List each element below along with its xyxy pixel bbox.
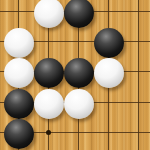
go-stone-black[interactable] — [64, 0, 94, 28]
go-stone-white[interactable] — [34, 89, 64, 119]
go-board[interactable] — [0, 0, 150, 150]
go-stone-black[interactable] — [4, 89, 34, 119]
go-stone-black[interactable] — [64, 58, 94, 88]
grid-line-vertical-5 — [138, 0, 139, 150]
go-stone-white[interactable] — [34, 0, 64, 28]
go-stone-white[interactable] — [4, 58, 34, 88]
go-stone-white[interactable] — [4, 28, 34, 58]
star-point — [46, 130, 51, 135]
go-stone-white[interactable] — [64, 89, 94, 119]
go-stone-black[interactable] — [4, 119, 34, 149]
go-stone-black[interactable] — [34, 58, 64, 88]
go-stone-white[interactable] — [94, 58, 124, 88]
go-stone-black[interactable] — [94, 28, 124, 58]
